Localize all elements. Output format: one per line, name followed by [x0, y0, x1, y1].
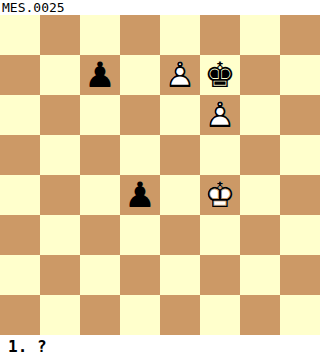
square-b3[interactable]	[40, 215, 80, 255]
square-e8[interactable]	[160, 15, 200, 55]
piece-glyph: ♚	[200, 55, 240, 95]
square-b4[interactable]	[40, 175, 80, 215]
square-h8[interactable]	[280, 15, 320, 55]
white-pawn-e7[interactable]: ♟♙	[160, 55, 200, 95]
page-title: MES.0025	[0, 0, 320, 15]
white-king-f4[interactable]: ♚♔	[200, 175, 240, 215]
square-a1[interactable]	[0, 295, 40, 335]
square-f4[interactable]: ♚♔	[200, 175, 240, 215]
square-g7[interactable]	[240, 55, 280, 95]
square-f5[interactable]	[200, 135, 240, 175]
square-e3[interactable]	[160, 215, 200, 255]
square-a5[interactable]	[0, 135, 40, 175]
square-c2[interactable]	[80, 255, 120, 295]
move-prompt: 1. ?	[0, 335, 320, 360]
square-g1[interactable]	[240, 295, 280, 335]
square-h7[interactable]	[280, 55, 320, 95]
piece-glyph: ♟	[120, 175, 160, 215]
square-e5[interactable]	[160, 135, 200, 175]
square-d6[interactable]	[120, 95, 160, 135]
square-a8[interactable]	[0, 15, 40, 55]
square-c3[interactable]	[80, 215, 120, 255]
square-h2[interactable]	[280, 255, 320, 295]
square-f3[interactable]	[200, 215, 240, 255]
square-d2[interactable]	[120, 255, 160, 295]
square-e2[interactable]	[160, 255, 200, 295]
piece-outline: ♙	[160, 55, 200, 95]
square-f8[interactable]	[200, 15, 240, 55]
square-b2[interactable]	[40, 255, 80, 295]
square-g3[interactable]	[240, 215, 280, 255]
square-b8[interactable]	[40, 15, 80, 55]
square-g6[interactable]	[240, 95, 280, 135]
square-g8[interactable]	[240, 15, 280, 55]
square-h5[interactable]	[280, 135, 320, 175]
black-pawn-c7[interactable]: ♟	[80, 55, 120, 95]
square-c4[interactable]	[80, 175, 120, 215]
square-a2[interactable]	[0, 255, 40, 295]
square-e6[interactable]	[160, 95, 200, 135]
chess-board: ♟♟♙♚♟♙♟♚♔	[0, 15, 320, 335]
square-c7[interactable]: ♟	[80, 55, 120, 95]
square-h4[interactable]	[280, 175, 320, 215]
square-h1[interactable]	[280, 295, 320, 335]
square-f1[interactable]	[200, 295, 240, 335]
piece-outline: ♙	[200, 95, 240, 135]
square-f2[interactable]	[200, 255, 240, 295]
square-e7[interactable]: ♟♙	[160, 55, 200, 95]
square-e1[interactable]	[160, 295, 200, 335]
square-d1[interactable]	[120, 295, 160, 335]
square-h3[interactable]	[280, 215, 320, 255]
square-g4[interactable]	[240, 175, 280, 215]
square-b7[interactable]	[40, 55, 80, 95]
square-c8[interactable]	[80, 15, 120, 55]
square-d7[interactable]	[120, 55, 160, 95]
square-a3[interactable]	[0, 215, 40, 255]
square-b5[interactable]	[40, 135, 80, 175]
square-b1[interactable]	[40, 295, 80, 335]
square-f6[interactable]: ♟♙	[200, 95, 240, 135]
square-d5[interactable]	[120, 135, 160, 175]
black-pawn-d4[interactable]: ♟	[120, 175, 160, 215]
square-b6[interactable]	[40, 95, 80, 135]
square-f7[interactable]: ♚	[200, 55, 240, 95]
square-g2[interactable]	[240, 255, 280, 295]
piece-outline: ♔	[200, 175, 240, 215]
piece-glyph: ♟	[80, 55, 120, 95]
square-a4[interactable]	[0, 175, 40, 215]
square-g5[interactable]	[240, 135, 280, 175]
square-a6[interactable]	[0, 95, 40, 135]
square-e4[interactable]	[160, 175, 200, 215]
square-a7[interactable]	[0, 55, 40, 95]
square-c5[interactable]	[80, 135, 120, 175]
square-h6[interactable]	[280, 95, 320, 135]
square-d3[interactable]	[120, 215, 160, 255]
square-c6[interactable]	[80, 95, 120, 135]
square-d4[interactable]: ♟	[120, 175, 160, 215]
square-c1[interactable]	[80, 295, 120, 335]
square-d8[interactable]	[120, 15, 160, 55]
white-pawn-f6[interactable]: ♟♙	[200, 95, 240, 135]
black-king-f7[interactable]: ♚	[200, 55, 240, 95]
